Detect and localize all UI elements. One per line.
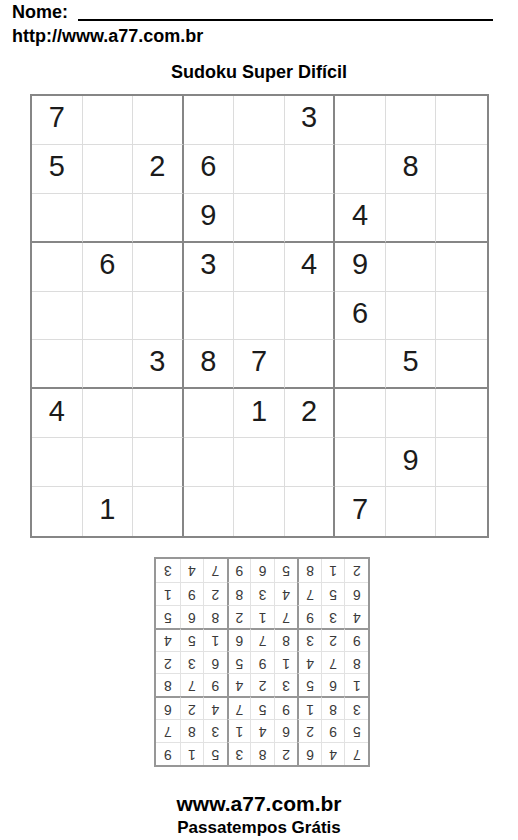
puzzle-cell-r8c3[interactable] [133,438,184,487]
puzzle-cell-r6c3[interactable]: 3 [133,340,184,389]
solution-cell-r1c3: 6 [297,742,321,765]
puzzle-cell-r8c1[interactable] [32,438,83,487]
solution-cell-r6c1: 9 [344,628,368,651]
solution-cell-r3c8: 2 [180,696,204,719]
solution-cell-r1c7: 5 [203,742,227,765]
puzzle-cell-r3c4[interactable]: 9 [184,194,235,243]
puzzle-cell-r1c1[interactable]: 7 [32,96,83,145]
solution-cell-r4c7: 9 [203,673,227,696]
solution-cell-r4c6: 4 [227,673,251,696]
puzzle-cell-r4c9[interactable] [436,243,487,292]
solution-cell-r6c7: 1 [203,628,227,651]
puzzle-cell-r4c4[interactable]: 3 [184,243,235,292]
solution-cell-r2c7: 3 [203,719,227,742]
solution-cell-r6c2: 2 [321,628,345,651]
solution-cell-r8c3: 7 [297,582,321,605]
solution-cell-r6c8: 5 [180,628,204,651]
solution-cell-r2c6: 1 [227,719,251,742]
puzzle-cell-r8c8[interactable]: 9 [386,438,437,487]
puzzle-cell-r6c1[interactable] [32,340,83,389]
puzzle-cell-r9c5[interactable] [234,487,285,536]
solution-cell-r4c9: 8 [156,673,180,696]
puzzle-cell-r7c3[interactable] [133,389,184,438]
puzzle-cell-r2c9[interactable] [436,145,487,194]
puzzle-cell-r5c3[interactable] [133,292,184,341]
solution-cell-r7c8: 6 [180,605,204,628]
puzzle-cell-r6c5[interactable]: 7 [234,340,285,389]
puzzle-cell-r3c2[interactable] [83,194,134,243]
puzzle-cell-r5c2[interactable] [83,292,134,341]
solution-cell-r5c9: 2 [156,651,180,674]
solution-cell-r3c3: 1 [297,696,321,719]
puzzle-cell-r2c4[interactable]: 6 [184,145,235,194]
solution-cell-r3c9: 6 [156,696,180,719]
solution-cell-r1c4: 2 [274,742,298,765]
solution-cell-r9c2: 1 [321,559,345,582]
puzzle-cell-r2c2[interactable] [83,145,134,194]
name-label: Nome: [12,2,68,23]
puzzle-cell-r1c3[interactable] [133,96,184,145]
puzzle-cell-r4c1[interactable] [32,243,83,292]
puzzle-cell-r1c6[interactable]: 3 [285,96,336,145]
solution-cell-r6c5: 7 [250,628,274,651]
puzzle-cell-r9c7[interactable]: 7 [335,487,386,536]
puzzle-cell-r9c4[interactable] [184,487,235,536]
solution-cell-r4c2: 6 [321,673,345,696]
puzzle-cell-r5c6[interactable] [285,292,336,341]
puzzle-cell-r9c3[interactable] [133,487,184,536]
puzzle-cell-r3c5[interactable] [234,194,285,243]
solution-cell-r2c4: 6 [274,719,298,742]
puzzle-cell-r9c6[interactable] [285,487,336,536]
puzzle-cell-r5c1[interactable] [32,292,83,341]
solution-cell-r7c2: 3 [321,605,345,628]
puzzle-cell-r8c2[interactable] [83,438,134,487]
puzzle-cell-r1c4[interactable] [184,96,235,145]
puzzle-cell-r2c8[interactable]: 8 [386,145,437,194]
solution-cell-r4c1: 1 [344,673,368,696]
solution-cell-r7c3: 9 [297,605,321,628]
puzzle-cell-r1c9[interactable] [436,96,487,145]
puzzle-cell-r5c9[interactable] [436,292,487,341]
solution-cell-r8c2: 5 [321,582,345,605]
puzzle-cell-r5c8[interactable] [386,292,437,341]
puzzle-cell-r9c8[interactable] [386,487,437,536]
puzzle-cell-r8c4[interactable] [184,438,235,487]
puzzle-cell-r1c7[interactable] [335,96,386,145]
puzzle-cell-r4c6[interactable]: 4 [285,243,336,292]
puzzle-cell-r5c5[interactable] [234,292,285,341]
solution-cell-r2c2: 9 [321,719,345,742]
solution-cell-r3c1: 3 [344,696,368,719]
solution-cell-r6c9: 4 [156,628,180,651]
puzzle-cell-r6c9[interactable] [436,340,487,389]
solution-cell-r7c6: 2 [227,605,251,628]
puzzle-cell-r2c3[interactable]: 2 [133,145,184,194]
puzzle-cell-r5c7[interactable]: 6 [335,292,386,341]
puzzle-cell-r6c6[interactable] [285,340,336,389]
puzzle-cell-r3c3[interactable] [133,194,184,243]
solution-cell-r8c7: 2 [203,582,227,605]
worksheet-page: Nome: http://www.a77.com.br Sudoku Super… [0,0,518,840]
puzzle-cell-r2c6[interactable] [285,145,336,194]
puzzle-cell-r7c2[interactable] [83,389,134,438]
puzzle-cell-r6c7[interactable] [335,340,386,389]
puzzle-cell-r1c5[interactable] [234,96,285,145]
solution-cell-r4c4: 3 [274,673,298,696]
solution-cell-r8c9: 1 [156,582,180,605]
puzzle-cell-r7c7[interactable] [335,389,386,438]
solution-cell-r2c8: 8 [180,719,204,742]
solution-cell-r2c5: 4 [250,719,274,742]
solution-cell-r5c2: 7 [321,651,345,674]
solution-cell-r9c6: 9 [227,559,251,582]
solution-cell-r5c6: 5 [227,651,251,674]
puzzle-cell-r3c9[interactable] [436,194,487,243]
solution-cell-r1c6: 3 [227,742,251,765]
name-fill-line [78,19,493,21]
page-title: Sudoku Super Difícil [0,62,518,83]
puzzle-grid: 73526894634963875412917 [30,94,489,538]
solution-cell-r1c1: 7 [344,742,368,765]
puzzle-cell-r8c5[interactable] [234,438,285,487]
site-url-text: http://www.a77.com.br [12,26,203,47]
puzzle-cell-r4c8[interactable] [386,243,437,292]
solution-cell-r5c5: 9 [250,651,274,674]
solution-grid: 7462835195926413873819574261653249788741… [154,557,370,767]
solution-cell-r2c1: 5 [344,719,368,742]
solution-cell-r5c1: 8 [344,651,368,674]
solution-cell-r9c9: 3 [156,559,180,582]
solution-cell-r9c4: 5 [274,559,298,582]
puzzle-cell-r7c8[interactable] [386,389,437,438]
puzzle-cell-r6c8[interactable]: 5 [386,340,437,389]
solution-cell-r7c5: 1 [250,605,274,628]
solution-cell-r3c4: 9 [274,696,298,719]
puzzle-cell-r4c3[interactable] [133,243,184,292]
solution-cell-r1c5: 8 [250,742,274,765]
puzzle-cell-r9c1[interactable] [32,487,83,536]
solution-cell-r8c4: 4 [274,582,298,605]
puzzle-cell-r4c2[interactable]: 6 [83,243,134,292]
puzzle-cell-r2c5[interactable] [234,145,285,194]
puzzle-cell-r7c1[interactable]: 4 [32,389,83,438]
solution-cell-r6c6: 6 [227,628,251,651]
puzzle-cell-r7c6[interactable]: 2 [285,389,336,438]
puzzle-cell-r3c1[interactable] [32,194,83,243]
solution-cell-r1c2: 4 [321,742,345,765]
solution-cell-r6c3: 3 [297,628,321,651]
puzzle-cell-r8c9[interactable] [436,438,487,487]
solution-cell-r8c5: 3 [250,582,274,605]
solution-cell-r1c8: 1 [180,742,204,765]
puzzle-cell-r9c9[interactable] [436,487,487,536]
solution-cell-r8c8: 9 [180,582,204,605]
puzzle-cell-r6c2[interactable] [83,340,134,389]
solution-cell-r5c3: 4 [297,651,321,674]
solution-cell-r5c7: 6 [203,651,227,674]
solution-cell-r1c9: 9 [156,742,180,765]
solution-cell-r9c3: 8 [297,559,321,582]
solution-cell-r3c5: 5 [250,696,274,719]
solution-cell-r4c8: 7 [180,673,204,696]
solution-cell-r9c1: 2 [344,559,368,582]
solution-cell-r6c4: 8 [274,628,298,651]
solution-cell-r3c6: 7 [227,696,251,719]
puzzle-cell-r4c5[interactable] [234,243,285,292]
puzzle-cell-r3c7[interactable]: 4 [335,194,386,243]
solution-cell-r5c8: 3 [180,651,204,674]
puzzle-cell-r5c4[interactable] [184,292,235,341]
solution-cell-r9c7: 7 [203,559,227,582]
puzzle-cell-r7c5[interactable]: 1 [234,389,285,438]
puzzle-cell-r8c6[interactable] [285,438,336,487]
solution-cell-r9c8: 4 [180,559,204,582]
solution-cell-r8c6: 8 [227,582,251,605]
solution-cell-r7c7: 8 [203,605,227,628]
puzzle-cell-r1c8[interactable] [386,96,437,145]
puzzle-cell-r2c1[interactable]: 5 [32,145,83,194]
puzzle-cell-r8c7[interactable] [335,438,386,487]
puzzle-cell-r3c8[interactable] [386,194,437,243]
puzzle-cell-r7c9[interactable] [436,389,487,438]
solution-cell-r7c9: 5 [156,605,180,628]
solution-cell-r7c1: 4 [344,605,368,628]
solution-cell-r4c5: 2 [250,673,274,696]
footer-url: www.a77.com.br [0,792,518,816]
footer-tagline: Passatempos Grátis [0,818,518,838]
solution-cell-r7c4: 7 [274,605,298,628]
solution-cell-r9c5: 6 [250,559,274,582]
solution-cell-r3c2: 8 [321,696,345,719]
solution-cell-r4c3: 5 [297,673,321,696]
puzzle-cell-r3c6[interactable] [285,194,336,243]
solution-cell-r8c1: 6 [344,582,368,605]
solution-cell-r5c4: 1 [274,651,298,674]
solution-cell-r2c9: 7 [156,719,180,742]
puzzle-cell-r2c7[interactable] [335,145,386,194]
puzzle-cell-r6c4[interactable]: 8 [184,340,235,389]
puzzle-cell-r4c7[interactable]: 9 [335,243,386,292]
puzzle-cell-r1c2[interactable] [83,96,134,145]
solution-cell-r2c3: 2 [297,719,321,742]
solution-cell-r3c7: 4 [203,696,227,719]
puzzle-cell-r9c2[interactable]: 1 [83,487,134,536]
puzzle-cell-r7c4[interactable] [184,389,235,438]
